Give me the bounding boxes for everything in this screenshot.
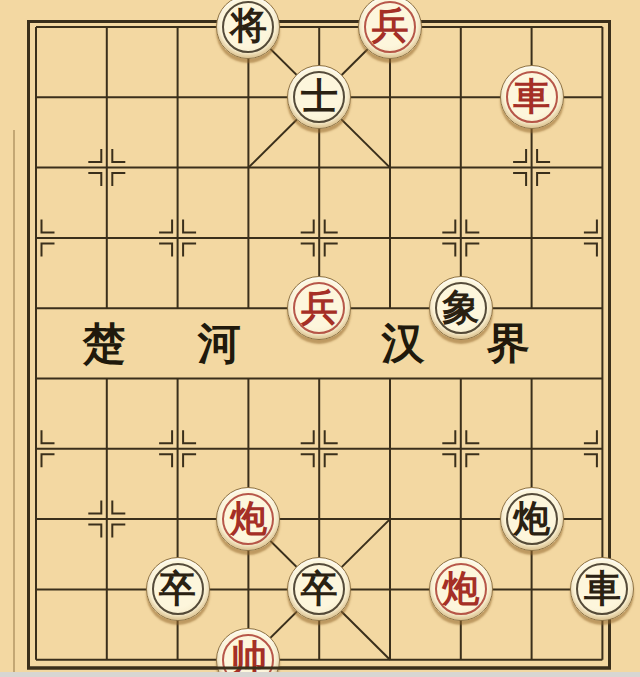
piece-red-cannon[interactable]: 炮 bbox=[429, 557, 493, 621]
piece-glyph: 炮 bbox=[230, 500, 267, 537]
piece-glyph: 炮 bbox=[513, 500, 550, 537]
piece-glyph: 炮 bbox=[442, 570, 479, 607]
bottom-gray-strip bbox=[0, 672, 640, 677]
xiangqi-board: 楚 河 汉 界 将兵士車兵象炮炮卒卒炮車帅 bbox=[0, 0, 640, 677]
piece-black-general[interactable]: 将 bbox=[216, 0, 280, 59]
piece-glyph: 卒 bbox=[301, 570, 338, 607]
piece-black-cannon[interactable]: 炮 bbox=[500, 487, 564, 551]
piece-red-chariot[interactable]: 車 bbox=[500, 65, 564, 129]
piece-red-general[interactable]: 帅 bbox=[216, 628, 280, 677]
piece-black-elephant[interactable]: 象 bbox=[429, 276, 493, 340]
piece-black-advisor[interactable]: 士 bbox=[287, 65, 351, 129]
piece-black-chariot[interactable]: 車 bbox=[570, 557, 634, 621]
piece-glyph: 車 bbox=[584, 570, 621, 607]
piece-glyph: 車 bbox=[513, 78, 550, 115]
piece-red-soldier[interactable]: 兵 bbox=[287, 276, 351, 340]
piece-glyph: 兵 bbox=[371, 7, 408, 44]
pieces-layer: 将兵士車兵象炮炮卒卒炮車帅 bbox=[1, 0, 638, 677]
piece-red-soldier[interactable]: 兵 bbox=[358, 0, 422, 59]
piece-glyph: 兵 bbox=[301, 289, 338, 326]
piece-glyph: 将 bbox=[230, 7, 267, 44]
piece-glyph: 士 bbox=[301, 78, 338, 115]
piece-black-soldier[interactable]: 卒 bbox=[146, 557, 210, 621]
piece-glyph: 象 bbox=[442, 289, 479, 326]
piece-black-soldier[interactable]: 卒 bbox=[287, 557, 351, 621]
piece-red-cannon[interactable]: 炮 bbox=[216, 487, 280, 551]
piece-glyph: 卒 bbox=[159, 570, 196, 607]
